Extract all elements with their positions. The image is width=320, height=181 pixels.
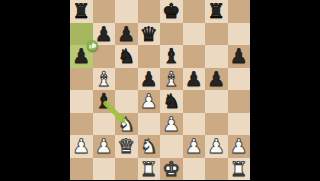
square-g5[interactable]: ♟ <box>205 68 228 91</box>
piece-black-pawn[interactable]: ♟ <box>207 67 225 90</box>
square-f2[interactable]: ♟ <box>183 135 206 158</box>
piece-white-pawn[interactable]: ♟ <box>230 135 248 158</box>
square-c5[interactable] <box>115 68 138 91</box>
letterbox-left <box>0 0 70 180</box>
square-h4[interactable] <box>228 90 251 113</box>
square-f6[interactable] <box>183 45 206 68</box>
piece-black-pawn[interactable]: ♟ <box>117 22 135 45</box>
square-b3[interactable] <box>93 113 116 136</box>
square-a5[interactable] <box>70 68 93 91</box>
square-a7[interactable] <box>70 23 93 46</box>
piece-black-bishop[interactable]: ♝ <box>95 90 113 113</box>
piece-black-king[interactable]: ♚ <box>162 0 180 22</box>
square-d4[interactable]: ♟ <box>138 90 161 113</box>
square-a3[interactable] <box>70 113 93 136</box>
piece-white-bishop[interactable]: ♝ <box>95 67 113 90</box>
square-h1[interactable]: ♜ <box>228 158 251 181</box>
square-d7[interactable]: ♛ <box>138 23 161 46</box>
square-d3[interactable] <box>138 113 161 136</box>
piece-black-rook[interactable]: ♜ <box>207 0 225 22</box>
piece-black-bishop[interactable]: ♝ <box>162 45 180 68</box>
square-c2[interactable]: ♛ <box>115 135 138 158</box>
square-h2[interactable]: ♟ <box>228 135 251 158</box>
piece-black-rook[interactable]: ♜ <box>72 0 90 22</box>
square-b5[interactable]: ♝ <box>93 68 116 91</box>
piece-white-bishop[interactable]: ♝ <box>162 67 180 90</box>
square-c3[interactable]: ♞ <box>115 113 138 136</box>
piece-black-queen[interactable]: ♛ <box>140 22 158 45</box>
piece-white-pawn[interactable]: ♟ <box>72 135 90 158</box>
square-g4[interactable] <box>205 90 228 113</box>
square-b6[interactable] <box>93 45 116 68</box>
square-f3[interactable] <box>183 113 206 136</box>
piece-white-pawn[interactable]: ♟ <box>185 135 203 158</box>
square-a6[interactable]: ♟ <box>70 45 93 68</box>
piece-white-rook[interactable]: ♜ <box>230 157 248 180</box>
square-e3[interactable]: ♟ <box>160 113 183 136</box>
square-h8[interactable] <box>228 0 251 23</box>
piece-white-king[interactable]: ♚ <box>162 157 180 180</box>
square-g2[interactable]: ♟ <box>205 135 228 158</box>
square-f1[interactable] <box>183 158 206 181</box>
square-b4[interactable]: ♝ <box>93 90 116 113</box>
square-g1[interactable] <box>205 158 228 181</box>
piece-white-knight[interactable]: ♞ <box>117 112 135 135</box>
square-a8[interactable]: ♜ <box>70 0 93 23</box>
square-f8[interactable] <box>183 0 206 23</box>
square-b2[interactable]: ♟ <box>93 135 116 158</box>
square-h7[interactable] <box>228 23 251 46</box>
square-e7[interactable] <box>160 23 183 46</box>
square-h6[interactable]: ♟ <box>228 45 251 68</box>
square-d6[interactable] <box>138 45 161 68</box>
square-d2[interactable]: ♞ <box>138 135 161 158</box>
piece-black-pawn[interactable]: ♟ <box>185 67 203 90</box>
square-d1[interactable]: ♜ <box>138 158 161 181</box>
square-a4[interactable] <box>70 90 93 113</box>
square-e2[interactable] <box>160 135 183 158</box>
piece-black-knight[interactable]: ♞ <box>117 45 135 68</box>
square-e1[interactable]: ♚ <box>160 158 183 181</box>
chess-analysis-screenshot: ♜♚♜♟♟♛♟♞♝♟♝♟♝♟♟♝♟♞♞♟♟♟♛♞♟♟♟♜♚♜ <box>0 0 320 180</box>
piece-black-knight[interactable]: ♞ <box>162 90 180 113</box>
square-b1[interactable] <box>93 158 116 181</box>
piece-white-rook[interactable]: ♜ <box>140 157 158 180</box>
piece-black-pawn[interactable]: ♟ <box>72 45 90 68</box>
piece-white-queen[interactable]: ♛ <box>117 135 135 158</box>
piece-black-pawn[interactable]: ♟ <box>140 67 158 90</box>
piece-black-pawn[interactable]: ♟ <box>230 45 248 68</box>
square-c6[interactable]: ♞ <box>115 45 138 68</box>
square-d8[interactable] <box>138 0 161 23</box>
piece-white-pawn[interactable]: ♟ <box>207 135 225 158</box>
square-g6[interactable] <box>205 45 228 68</box>
piece-white-pawn[interactable]: ♟ <box>162 112 180 135</box>
square-g7[interactable] <box>205 23 228 46</box>
square-d5[interactable]: ♟ <box>138 68 161 91</box>
piece-white-knight[interactable]: ♞ <box>140 135 158 158</box>
square-e5[interactable]: ♝ <box>160 68 183 91</box>
chess-board[interactable]: ♜♚♜♟♟♛♟♞♝♟♝♟♝♟♟♝♟♞♞♟♟♟♛♞♟♟♟♜♚♜ <box>70 0 250 180</box>
square-e4[interactable]: ♞ <box>160 90 183 113</box>
piece-white-pawn[interactable]: ♟ <box>95 135 113 158</box>
piece-white-pawn[interactable]: ♟ <box>140 90 158 113</box>
square-c4[interactable] <box>115 90 138 113</box>
square-e8[interactable]: ♚ <box>160 0 183 23</box>
square-b7[interactable]: ♟ <box>93 23 116 46</box>
letterbox-right <box>250 0 320 180</box>
square-a2[interactable]: ♟ <box>70 135 93 158</box>
square-b8[interactable] <box>93 0 116 23</box>
square-c7[interactable]: ♟ <box>115 23 138 46</box>
square-c1[interactable] <box>115 158 138 181</box>
square-h3[interactable] <box>228 113 251 136</box>
square-g8[interactable]: ♜ <box>205 0 228 23</box>
square-c8[interactable] <box>115 0 138 23</box>
square-a1[interactable] <box>70 158 93 181</box>
square-f5[interactable]: ♟ <box>183 68 206 91</box>
square-f7[interactable] <box>183 23 206 46</box>
square-e6[interactable]: ♝ <box>160 45 183 68</box>
piece-black-pawn[interactable]: ♟ <box>95 22 113 45</box>
square-f4[interactable] <box>183 90 206 113</box>
square-g3[interactable] <box>205 113 228 136</box>
square-h5[interactable] <box>228 68 251 91</box>
